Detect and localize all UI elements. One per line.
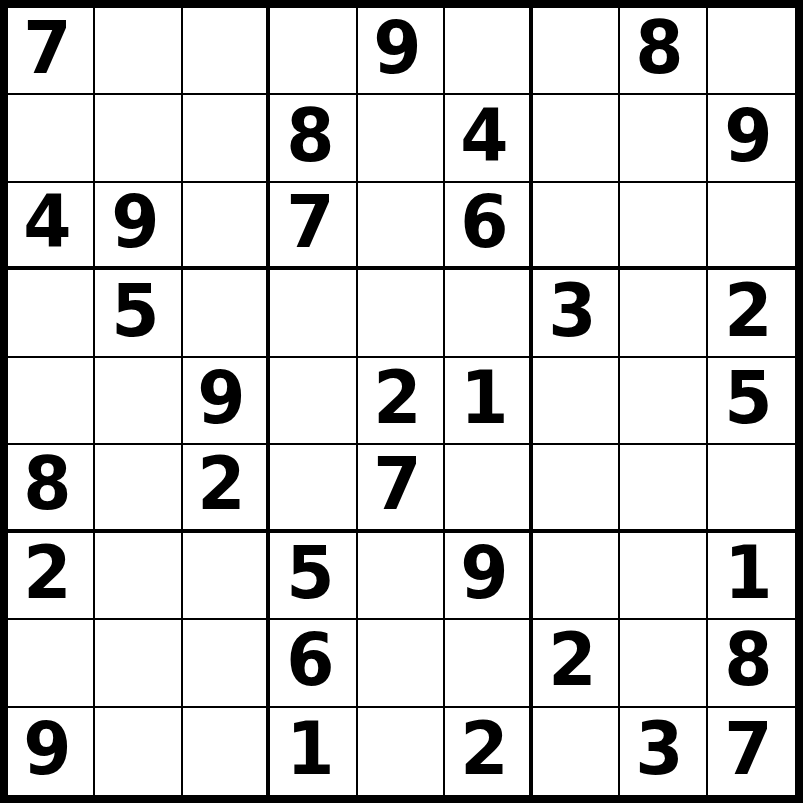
cell-r6c2[interactable] [95,445,182,532]
cell-r6c7[interactable] [533,445,620,532]
given-digit: 8 [636,11,684,84]
given-digit: 3 [636,712,684,785]
cell-r4c2[interactable]: 5 [95,270,182,357]
cell-r2c6[interactable]: 4 [445,95,532,182]
given-digit: 5 [111,274,159,347]
cell-r1c6[interactable] [445,8,532,95]
cell-r6c5[interactable]: 7 [358,445,445,532]
cell-r4c6[interactable] [445,270,532,357]
cell-r4c1[interactable] [8,270,95,357]
cell-r4c5[interactable] [358,270,445,357]
cell-r5c5[interactable]: 2 [358,358,445,445]
cell-r9c5[interactable] [358,708,445,795]
cell-r8c8[interactable] [620,620,707,707]
given-digit: 1 [286,712,334,785]
cell-r5c7[interactable] [533,358,620,445]
given-digit: 4 [460,99,508,172]
cell-r8c5[interactable] [358,620,445,707]
sudoku-board: 79884949765329215827259162891237 [0,0,803,803]
cell-r3c8[interactable] [620,183,707,270]
cell-r7c8[interactable] [620,533,707,620]
given-digit: 9 [724,99,772,172]
given-digit: 6 [286,623,334,696]
cell-r7c5[interactable] [358,533,445,620]
cell-r3c4[interactable]: 7 [270,183,357,270]
cell-r9c8[interactable]: 3 [620,708,707,795]
given-digit: 6 [460,185,508,258]
given-digit: 9 [24,712,72,785]
cell-r1c9[interactable] [708,8,795,95]
cell-r8c1[interactable] [8,620,95,707]
cell-r2c9[interactable]: 9 [708,95,795,182]
cell-r4c4[interactable] [270,270,357,357]
cell-r9c2[interactable] [95,708,182,795]
given-digit: 1 [460,361,508,434]
cell-r3c7[interactable] [533,183,620,270]
cell-r8c3[interactable] [183,620,270,707]
given-digit: 7 [286,185,334,258]
cell-r1c8[interactable]: 8 [620,8,707,95]
cell-r3c2[interactable]: 9 [95,183,182,270]
cell-r7c1[interactable]: 2 [8,533,95,620]
cell-r4c9[interactable]: 2 [708,270,795,357]
cell-r5c4[interactable] [270,358,357,445]
cell-r6c4[interactable] [270,445,357,532]
cell-r5c6[interactable]: 1 [445,358,532,445]
cell-r2c8[interactable] [620,95,707,182]
given-digit: 8 [24,447,72,520]
cell-r2c4[interactable]: 8 [270,95,357,182]
cell-r3c3[interactable] [183,183,270,270]
cell-r2c7[interactable] [533,95,620,182]
cell-r9c1[interactable]: 9 [8,708,95,795]
cell-r2c3[interactable] [183,95,270,182]
cell-r3c5[interactable] [358,183,445,270]
cell-r5c8[interactable] [620,358,707,445]
cell-r9c4[interactable]: 1 [270,708,357,795]
cell-r2c5[interactable] [358,95,445,182]
given-digit: 7 [724,712,772,785]
given-digit: 2 [373,361,421,434]
given-digit: 9 [197,361,245,434]
given-digit: 2 [724,274,772,347]
cell-r9c6[interactable]: 2 [445,708,532,795]
cell-r5c9[interactable]: 5 [708,358,795,445]
cell-r6c8[interactable] [620,445,707,532]
cell-r1c1[interactable]: 7 [8,8,95,95]
cell-r7c7[interactable] [533,533,620,620]
given-digit: 5 [286,536,334,609]
cell-r1c2[interactable] [95,8,182,95]
given-digit: 2 [197,447,245,520]
given-digit: 9 [373,11,421,84]
cell-r9c3[interactable] [183,708,270,795]
cell-r8c9[interactable]: 8 [708,620,795,707]
cell-r6c1[interactable]: 8 [8,445,95,532]
cell-r6c9[interactable] [708,445,795,532]
cell-r9c9[interactable]: 7 [708,708,795,795]
cell-r3c9[interactable] [708,183,795,270]
given-digit: 7 [373,447,421,520]
cell-r2c1[interactable] [8,95,95,182]
given-digit: 1 [724,536,772,609]
given-digit: 7 [24,11,72,84]
given-digit: 2 [460,712,508,785]
cell-r1c7[interactable] [533,8,620,95]
given-digit: 8 [286,99,334,172]
cell-r8c4[interactable]: 6 [270,620,357,707]
cell-r5c3[interactable]: 9 [183,358,270,445]
cell-r2c2[interactable] [95,95,182,182]
cell-r4c8[interactable] [620,270,707,357]
given-digit: 2 [548,623,596,696]
cell-r1c4[interactable] [270,8,357,95]
cell-r3c1[interactable]: 4 [8,183,95,270]
given-digit: 9 [111,185,159,258]
cell-r5c1[interactable] [8,358,95,445]
cell-r8c6[interactable] [445,620,532,707]
cell-r6c3[interactable]: 2 [183,445,270,532]
cell-r7c2[interactable] [95,533,182,620]
cell-r5c2[interactable] [95,358,182,445]
given-digit: 8 [724,623,772,696]
cell-r6c6[interactable] [445,445,532,532]
cell-r7c6[interactable]: 9 [445,533,532,620]
given-digit: 5 [724,361,772,434]
cell-r4c3[interactable] [183,270,270,357]
cell-r4c7[interactable]: 3 [533,270,620,357]
cell-r1c3[interactable] [183,8,270,95]
cell-r8c2[interactable] [95,620,182,707]
given-digit: 3 [548,274,596,347]
cell-r3c6[interactable]: 6 [445,183,532,270]
given-digit: 2 [24,536,72,609]
cell-r8c7[interactable]: 2 [533,620,620,707]
cell-r7c9[interactable]: 1 [708,533,795,620]
cell-r7c3[interactable] [183,533,270,620]
cell-r7c4[interactable]: 5 [270,533,357,620]
given-digit: 4 [24,185,72,258]
given-digit: 9 [460,536,508,609]
cell-r9c7[interactable] [533,708,620,795]
cell-r1c5[interactable]: 9 [358,8,445,95]
